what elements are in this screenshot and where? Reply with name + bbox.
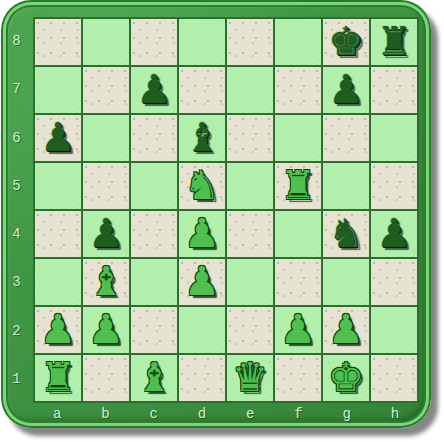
square-e3[interactable] bbox=[227, 259, 273, 305]
file-label-a: a bbox=[33, 401, 81, 427]
file-label-h: h bbox=[371, 401, 419, 427]
square-d3[interactable]: ♟ bbox=[179, 259, 225, 305]
rank-label-4: 4 bbox=[0, 210, 33, 258]
square-d2[interactable] bbox=[179, 307, 225, 353]
square-b8[interactable] bbox=[83, 19, 129, 65]
piece-white-rook[interactable]: ♜ bbox=[40, 355, 76, 399]
square-g5[interactable] bbox=[323, 163, 369, 209]
square-g4[interactable]: ♞ bbox=[323, 211, 369, 257]
square-e7[interactable] bbox=[227, 67, 273, 113]
file-label-e: e bbox=[226, 401, 274, 427]
file-label-b: b bbox=[81, 401, 129, 427]
piece-white-rook[interactable]: ♜ bbox=[280, 163, 316, 207]
file-label-f: f bbox=[274, 401, 322, 427]
square-d5[interactable]: ♞ bbox=[179, 163, 225, 209]
square-g2[interactable]: ♟ bbox=[323, 307, 369, 353]
piece-black-rook[interactable]: ♜ bbox=[376, 19, 412, 63]
square-e4[interactable] bbox=[227, 211, 273, 257]
square-a2[interactable]: ♟ bbox=[35, 307, 81, 353]
piece-white-pawn[interactable]: ♟ bbox=[40, 307, 76, 351]
square-h4[interactable]: ♟ bbox=[371, 211, 417, 257]
file-label-c: c bbox=[130, 401, 178, 427]
square-e5[interactable] bbox=[227, 163, 273, 209]
square-e2[interactable] bbox=[227, 307, 273, 353]
square-b2[interactable]: ♟ bbox=[83, 307, 129, 353]
square-a7[interactable] bbox=[35, 67, 81, 113]
piece-black-pawn[interactable]: ♟ bbox=[328, 67, 364, 111]
square-b1[interactable] bbox=[83, 355, 129, 401]
square-c6[interactable] bbox=[131, 115, 177, 161]
piece-black-king[interactable]: ♚ bbox=[328, 19, 364, 63]
square-f6[interactable] bbox=[275, 115, 321, 161]
square-h1[interactable] bbox=[371, 355, 417, 401]
rank-label-8: 8 bbox=[0, 17, 33, 65]
piece-black-pawn[interactable]: ♟ bbox=[88, 211, 124, 255]
piece-white-pawn[interactable]: ♟ bbox=[280, 307, 316, 351]
square-e6[interactable] bbox=[227, 115, 273, 161]
piece-white-pawn[interactable]: ♟ bbox=[328, 307, 364, 351]
square-f8[interactable] bbox=[275, 19, 321, 65]
square-g8[interactable]: ♚ bbox=[323, 19, 369, 65]
square-d4[interactable]: ♟ bbox=[179, 211, 225, 257]
rank-label-3: 3 bbox=[0, 258, 33, 306]
rank-label-1: 1 bbox=[0, 355, 33, 403]
square-h5[interactable] bbox=[371, 163, 417, 209]
square-b5[interactable] bbox=[83, 163, 129, 209]
square-c8[interactable] bbox=[131, 19, 177, 65]
piece-black-bishop[interactable]: ♝ bbox=[184, 115, 220, 159]
square-a1[interactable]: ♜ bbox=[35, 355, 81, 401]
file-label-d: d bbox=[178, 401, 226, 427]
piece-white-pawn[interactable]: ♟ bbox=[88, 307, 124, 351]
rank-labels: 87654321 bbox=[0, 17, 33, 403]
piece-white-bishop[interactable]: ♝ bbox=[136, 355, 172, 399]
piece-white-king[interactable]: ♚ bbox=[328, 355, 364, 399]
square-f1[interactable] bbox=[275, 355, 321, 401]
square-e1[interactable]: ♛ bbox=[227, 355, 273, 401]
square-b4[interactable]: ♟ bbox=[83, 211, 129, 257]
square-b7[interactable] bbox=[83, 67, 129, 113]
square-d7[interactable] bbox=[179, 67, 225, 113]
rank-label-6: 6 bbox=[0, 114, 33, 162]
square-c4[interactable] bbox=[131, 211, 177, 257]
square-f7[interactable] bbox=[275, 67, 321, 113]
rank-label-5: 5 bbox=[0, 162, 33, 210]
square-f4[interactable] bbox=[275, 211, 321, 257]
square-e8[interactable] bbox=[227, 19, 273, 65]
square-h6[interactable] bbox=[371, 115, 417, 161]
piece-black-pawn[interactable]: ♟ bbox=[376, 211, 412, 255]
square-c3[interactable] bbox=[131, 259, 177, 305]
square-f3[interactable] bbox=[275, 259, 321, 305]
square-a8[interactable] bbox=[35, 19, 81, 65]
square-c7[interactable]: ♟ bbox=[131, 67, 177, 113]
piece-white-bishop[interactable]: ♝ bbox=[88, 259, 124, 303]
piece-black-pawn[interactable]: ♟ bbox=[40, 115, 76, 159]
rank-label-2: 2 bbox=[0, 307, 33, 355]
square-g1[interactable]: ♚ bbox=[323, 355, 369, 401]
chess-board: ♚♜♟♟♟♝♞♜♟♟♞♟♝♟♟♟♟♟♜♝♛♚ bbox=[33, 17, 419, 403]
piece-white-knight[interactable]: ♞ bbox=[184, 163, 220, 207]
rank-label-7: 7 bbox=[0, 65, 33, 113]
square-b3[interactable]: ♝ bbox=[83, 259, 129, 305]
square-h7[interactable] bbox=[371, 67, 417, 113]
square-d1[interactable] bbox=[179, 355, 225, 401]
square-h2[interactable] bbox=[371, 307, 417, 353]
square-a5[interactable] bbox=[35, 163, 81, 209]
square-c2[interactable] bbox=[131, 307, 177, 353]
square-c5[interactable] bbox=[131, 163, 177, 209]
piece-white-pawn[interactable]: ♟ bbox=[184, 259, 220, 303]
square-h8[interactable]: ♜ bbox=[371, 19, 417, 65]
square-g6[interactable] bbox=[323, 115, 369, 161]
square-d6[interactable]: ♝ bbox=[179, 115, 225, 161]
square-f5[interactable]: ♜ bbox=[275, 163, 321, 209]
piece-white-pawn[interactable]: ♟ bbox=[184, 211, 220, 255]
square-a3[interactable] bbox=[35, 259, 81, 305]
file-labels: abcdefgh bbox=[33, 401, 419, 427]
square-d8[interactable] bbox=[179, 19, 225, 65]
piece-black-knight[interactable]: ♞ bbox=[328, 211, 364, 255]
file-label-g: g bbox=[323, 401, 371, 427]
square-f2[interactable]: ♟ bbox=[275, 307, 321, 353]
square-g7[interactable]: ♟ bbox=[323, 67, 369, 113]
square-b6[interactable] bbox=[83, 115, 129, 161]
square-a6[interactable]: ♟ bbox=[35, 115, 81, 161]
square-h3[interactable] bbox=[371, 259, 417, 305]
square-g3[interactable] bbox=[323, 259, 369, 305]
square-c1[interactable]: ♝ bbox=[131, 355, 177, 401]
piece-white-queen[interactable]: ♛ bbox=[232, 355, 268, 399]
piece-black-pawn[interactable]: ♟ bbox=[136, 67, 172, 111]
square-a4[interactable] bbox=[35, 211, 81, 257]
